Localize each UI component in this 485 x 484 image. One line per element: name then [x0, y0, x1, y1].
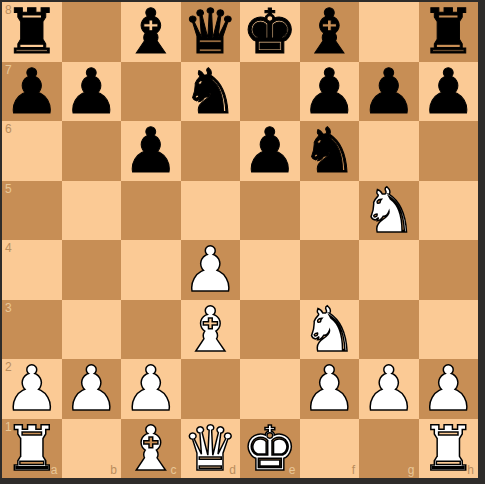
square-e7[interactable] [240, 62, 300, 122]
square-d6[interactable] [181, 121, 241, 181]
square-f8[interactable]: ♝ [300, 2, 360, 62]
piece-black-pawn[interactable]: ♟ [301, 62, 357, 122]
square-c6[interactable]: ♟ [121, 121, 181, 181]
square-b8[interactable] [62, 2, 122, 62]
square-h2[interactable]: ♟ [419, 359, 479, 419]
square-c8[interactable]: ♝ [121, 2, 181, 62]
piece-white-rook[interactable]: ♜ [4, 419, 60, 479]
square-d8[interactable]: ♛ [181, 2, 241, 62]
square-c7[interactable] [121, 62, 181, 122]
square-g1[interactable]: g [359, 419, 419, 479]
square-a6[interactable]: 6 [2, 121, 62, 181]
square-g8[interactable] [359, 2, 419, 62]
square-h7[interactable]: ♟ [419, 62, 479, 122]
square-c3[interactable] [121, 300, 181, 360]
square-d5[interactable] [181, 181, 241, 241]
square-d4[interactable]: ♟ [181, 240, 241, 300]
square-d1[interactable]: d♛ [181, 419, 241, 479]
square-a5[interactable]: 5 [2, 181, 62, 241]
piece-black-king[interactable]: ♚ [242, 2, 298, 62]
square-b4[interactable] [62, 240, 122, 300]
square-h5[interactable] [419, 181, 479, 241]
square-h6[interactable] [419, 121, 479, 181]
square-f1[interactable]: f [300, 419, 360, 479]
square-f5[interactable] [300, 181, 360, 241]
square-e4[interactable] [240, 240, 300, 300]
piece-white-knight[interactable]: ♞ [361, 181, 417, 241]
square-f2[interactable]: ♟ [300, 359, 360, 419]
square-g7[interactable]: ♟ [359, 62, 419, 122]
rank-label-5: 5 [5, 183, 12, 195]
square-h3[interactable] [419, 300, 479, 360]
square-d7[interactable]: ♞ [181, 62, 241, 122]
piece-black-bishop[interactable]: ♝ [123, 2, 179, 62]
file-label-g: g [408, 464, 415, 476]
square-a1[interactable]: 1a♜ [2, 419, 62, 479]
piece-black-bishop[interactable]: ♝ [301, 2, 357, 62]
piece-black-knight[interactable]: ♞ [182, 62, 238, 122]
square-a4[interactable]: 4 [2, 240, 62, 300]
square-f3[interactable]: ♞ [300, 300, 360, 360]
square-g2[interactable]: ♟ [359, 359, 419, 419]
piece-white-bishop[interactable]: ♝ [123, 419, 179, 479]
square-f6[interactable]: ♞ [300, 121, 360, 181]
piece-white-knight[interactable]: ♞ [301, 300, 357, 360]
square-e8[interactable]: ♚ [240, 2, 300, 62]
piece-white-pawn[interactable]: ♟ [361, 359, 417, 419]
piece-black-knight[interactable]: ♞ [301, 121, 357, 181]
square-h8[interactable]: ♜ [419, 2, 479, 62]
square-g6[interactable] [359, 121, 419, 181]
square-f4[interactable] [300, 240, 360, 300]
board-frame: 8♜♝♛♚♝♜7♟♟♞♟♟♟6♟♟♞5♞4♟3♝♞2♟♟♟♟♟♟1a♜bc♝d♛… [0, 0, 485, 484]
file-label-f: f [352, 464, 355, 476]
piece-white-pawn[interactable]: ♟ [63, 359, 119, 419]
square-b2[interactable]: ♟ [62, 359, 122, 419]
square-b1[interactable]: b [62, 419, 122, 479]
piece-white-pawn[interactable]: ♟ [420, 359, 476, 419]
square-h1[interactable]: h♜ [419, 419, 479, 479]
square-b3[interactable] [62, 300, 122, 360]
piece-white-pawn[interactable]: ♟ [4, 359, 60, 419]
piece-black-pawn[interactable]: ♟ [63, 62, 119, 122]
square-e2[interactable] [240, 359, 300, 419]
piece-black-pawn[interactable]: ♟ [242, 121, 298, 181]
square-e3[interactable] [240, 300, 300, 360]
piece-white-pawn[interactable]: ♟ [182, 240, 238, 300]
square-g5[interactable]: ♞ [359, 181, 419, 241]
rank-label-4: 4 [5, 242, 12, 254]
square-e6[interactable]: ♟ [240, 121, 300, 181]
square-g4[interactable] [359, 240, 419, 300]
square-a2[interactable]: 2♟ [2, 359, 62, 419]
square-c5[interactable] [121, 181, 181, 241]
square-b6[interactable] [62, 121, 122, 181]
square-c2[interactable]: ♟ [121, 359, 181, 419]
square-a7[interactable]: 7♟ [2, 62, 62, 122]
square-e5[interactable] [240, 181, 300, 241]
piece-black-queen[interactable]: ♛ [182, 2, 238, 62]
piece-black-pawn[interactable]: ♟ [361, 62, 417, 122]
chess-board: 8♜♝♛♚♝♜7♟♟♞♟♟♟6♟♟♞5♞4♟3♝♞2♟♟♟♟♟♟1a♜bc♝d♛… [2, 2, 478, 478]
square-a3[interactable]: 3 [2, 300, 62, 360]
piece-white-queen[interactable]: ♛ [182, 419, 238, 479]
square-a8[interactable]: 8♜ [2, 2, 62, 62]
piece-white-king[interactable]: ♚ [242, 419, 298, 479]
rank-label-3: 3 [5, 302, 12, 314]
piece-white-bishop[interactable]: ♝ [182, 300, 238, 360]
square-c4[interactable] [121, 240, 181, 300]
piece-black-rook[interactable]: ♜ [4, 2, 60, 62]
piece-white-rook[interactable]: ♜ [420, 419, 476, 479]
file-label-b: b [110, 464, 117, 476]
piece-white-pawn[interactable]: ♟ [301, 359, 357, 419]
square-e1[interactable]: e♚ [240, 419, 300, 479]
rank-label-6: 6 [5, 123, 12, 135]
piece-black-pawn[interactable]: ♟ [123, 121, 179, 181]
piece-black-pawn[interactable]: ♟ [420, 62, 476, 122]
square-b5[interactable] [62, 181, 122, 241]
square-b7[interactable]: ♟ [62, 62, 122, 122]
square-h4[interactable] [419, 240, 479, 300]
square-d3[interactable]: ♝ [181, 300, 241, 360]
piece-black-rook[interactable]: ♜ [420, 2, 476, 62]
piece-black-pawn[interactable]: ♟ [4, 62, 60, 122]
square-c1[interactable]: c♝ [121, 419, 181, 479]
square-g3[interactable] [359, 300, 419, 360]
piece-white-pawn[interactable]: ♟ [123, 359, 179, 419]
square-f7[interactable]: ♟ [300, 62, 360, 122]
square-d2[interactable] [181, 359, 241, 419]
